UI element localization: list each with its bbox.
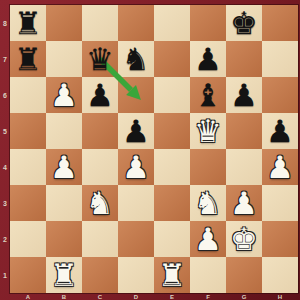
empty-f4 [190, 149, 226, 185]
piece-black-pawn-g6[interactable]: ♟ [226, 77, 262, 113]
file-label-e: E [154, 293, 190, 300]
empty-g7 [226, 41, 262, 77]
file-label-c: C [82, 293, 118, 300]
piece-white-pawn-h4[interactable]: ♟ [262, 149, 298, 185]
piece-black-pawn-c6[interactable]: ♟ [82, 77, 118, 113]
file-label-f: F [190, 293, 226, 300]
piece-black-queen-c7[interactable]: ♛ [82, 41, 118, 77]
piece-black-king-g8[interactable]: ♚ [226, 5, 262, 41]
empty-d1 [118, 257, 154, 293]
empty-d8 [118, 5, 154, 41]
empty-a5 [10, 113, 46, 149]
file-label-b: B [46, 293, 82, 300]
rank-label-8: 8 [0, 5, 10, 41]
empty-g4 [226, 149, 262, 185]
pieces-layer: ♜♚♜♛♞♟♟♟♝♟♟♛♟♟♟♟♞♞♟♟♚♜♜ [10, 5, 298, 293]
piece-black-bishop-f6[interactable]: ♝ [190, 77, 226, 113]
rank-label-1: 1 [0, 257, 10, 293]
empty-h1 [262, 257, 298, 293]
empty-c5 [82, 113, 118, 149]
piece-black-pawn-f7[interactable]: ♟ [190, 41, 226, 77]
piece-black-pawn-d5[interactable]: ♟ [118, 113, 154, 149]
piece-black-rook-a8[interactable]: ♜ [10, 5, 46, 41]
empty-c8 [82, 5, 118, 41]
empty-b5 [46, 113, 82, 149]
empty-g5 [226, 113, 262, 149]
rank-label-2: 2 [0, 221, 10, 257]
rank-label-5: 5 [0, 113, 10, 149]
empty-f1 [190, 257, 226, 293]
piece-white-knight-c3[interactable]: ♞ [82, 185, 118, 221]
rank-label-7: 7 [0, 41, 10, 77]
piece-white-rook-e1[interactable]: ♜ [154, 257, 190, 293]
file-label-h: H [262, 293, 298, 300]
piece-white-queen-f5[interactable]: ♛ [190, 113, 226, 149]
piece-white-pawn-b6[interactable]: ♟ [46, 77, 82, 113]
file-label-g: G [226, 293, 262, 300]
empty-e4 [154, 149, 190, 185]
empty-c1 [82, 257, 118, 293]
empty-e7 [154, 41, 190, 77]
piece-black-rook-a7[interactable]: ♜ [10, 41, 46, 77]
file-label-d: D [118, 293, 154, 300]
chess-diagram: ♜♚♜♛♞♟♟♟♝♟♟♛♟♟♟♟♞♞♟♟♚♜♜ 87654321ABCDEFGH [0, 0, 300, 300]
empty-e2 [154, 221, 190, 257]
empty-h6 [262, 77, 298, 113]
piece-black-pawn-h5[interactable]: ♟ [262, 113, 298, 149]
empty-e8 [154, 5, 190, 41]
empty-e5 [154, 113, 190, 149]
empty-h7 [262, 41, 298, 77]
empty-d2 [118, 221, 154, 257]
piece-white-king-g2[interactable]: ♚ [226, 221, 262, 257]
empty-e3 [154, 185, 190, 221]
piece-white-pawn-b4[interactable]: ♟ [46, 149, 82, 185]
empty-b8 [46, 5, 82, 41]
piece-black-knight-d7[interactable]: ♞ [118, 41, 154, 77]
empty-a2 [10, 221, 46, 257]
empty-c2 [82, 221, 118, 257]
empty-h2 [262, 221, 298, 257]
file-label-a: A [10, 293, 46, 300]
empty-a1 [10, 257, 46, 293]
piece-white-rook-b1[interactable]: ♜ [46, 257, 82, 293]
piece-white-pawn-g3[interactable]: ♟ [226, 185, 262, 221]
rank-label-3: 3 [0, 185, 10, 221]
empty-c4 [82, 149, 118, 185]
empty-b3 [46, 185, 82, 221]
rank-label-6: 6 [0, 77, 10, 113]
empty-e6 [154, 77, 190, 113]
piece-white-pawn-d4[interactable]: ♟ [118, 149, 154, 185]
empty-h8 [262, 5, 298, 41]
piece-white-knight-f3[interactable]: ♞ [190, 185, 226, 221]
empty-h3 [262, 185, 298, 221]
empty-d3 [118, 185, 154, 221]
empty-g1 [226, 257, 262, 293]
empty-a3 [10, 185, 46, 221]
empty-f8 [190, 5, 226, 41]
empty-d6 [118, 77, 154, 113]
rank-label-4: 4 [0, 149, 10, 185]
piece-white-pawn-f2[interactable]: ♟ [190, 221, 226, 257]
empty-a4 [10, 149, 46, 185]
empty-b7 [46, 41, 82, 77]
empty-a6 [10, 77, 46, 113]
empty-b2 [46, 221, 82, 257]
